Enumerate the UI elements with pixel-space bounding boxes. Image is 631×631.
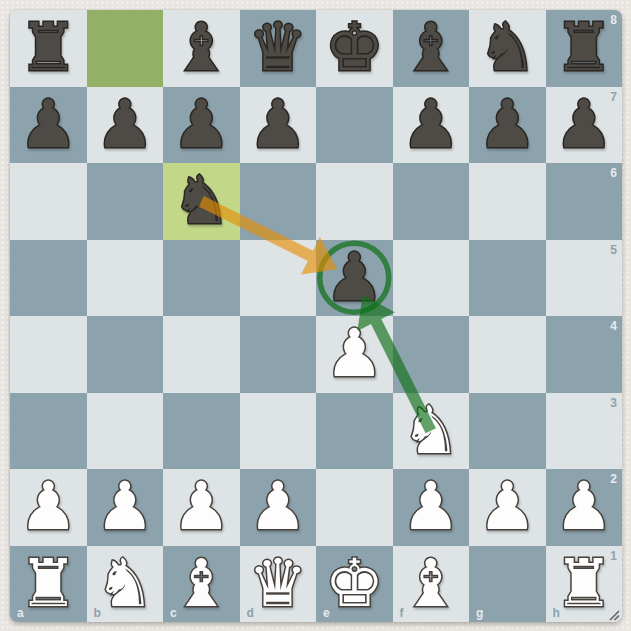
- square-a6[interactable]: [10, 163, 87, 240]
- square-g1[interactable]: g: [469, 546, 546, 623]
- square-c2[interactable]: ♟: [163, 469, 240, 546]
- square-e5[interactable]: ♟: [316, 240, 393, 317]
- square-e8[interactable]: ♚: [316, 10, 393, 87]
- square-a2[interactable]: ♟: [10, 469, 87, 546]
- square-d6[interactable]: [240, 163, 317, 240]
- square-g2[interactable]: ♟: [469, 469, 546, 546]
- square-a5[interactable]: [10, 240, 87, 317]
- square-f8[interactable]: ♝: [393, 10, 470, 87]
- square-b8[interactable]: [87, 10, 164, 87]
- square-h3[interactable]: 3: [546, 393, 623, 470]
- black-bishop-f8[interactable]: ♝: [393, 10, 470, 87]
- square-d1[interactable]: ♛d: [240, 546, 317, 623]
- white-pawn-c2[interactable]: ♟: [163, 469, 240, 546]
- square-h6[interactable]: 6: [546, 163, 623, 240]
- square-e3[interactable]: [316, 393, 393, 470]
- square-e7[interactable]: [316, 87, 393, 164]
- square-e1[interactable]: ♚e: [316, 546, 393, 623]
- square-e6[interactable]: [316, 163, 393, 240]
- square-f1[interactable]: ♝f: [393, 546, 470, 623]
- square-e2[interactable]: [316, 469, 393, 546]
- square-a1[interactable]: ♜a: [10, 546, 87, 623]
- black-king-e8[interactable]: ♚: [316, 10, 393, 87]
- square-d2[interactable]: ♟: [240, 469, 317, 546]
- square-h5[interactable]: 5: [546, 240, 623, 317]
- square-h4[interactable]: 4: [546, 316, 623, 393]
- square-d8[interactable]: ♛: [240, 10, 317, 87]
- square-h8[interactable]: ♜8: [546, 10, 623, 87]
- square-f2[interactable]: ♟: [393, 469, 470, 546]
- square-b6[interactable]: [87, 163, 164, 240]
- white-pawn-b2[interactable]: ♟: [87, 469, 164, 546]
- square-d7[interactable]: ♟: [240, 87, 317, 164]
- square-a8[interactable]: ♜: [10, 10, 87, 87]
- file-label-g: g: [476, 606, 483, 620]
- square-f5[interactable]: [393, 240, 470, 317]
- black-pawn-a7[interactable]: ♟: [10, 87, 87, 164]
- square-b4[interactable]: [87, 316, 164, 393]
- square-a4[interactable]: [10, 316, 87, 393]
- square-d3[interactable]: [240, 393, 317, 470]
- square-e4[interactable]: ♟: [316, 316, 393, 393]
- square-c3[interactable]: [163, 393, 240, 470]
- black-knight-c6[interactable]: ♞: [163, 163, 240, 240]
- black-pawn-b7[interactable]: ♟: [87, 87, 164, 164]
- square-c7[interactable]: ♟: [163, 87, 240, 164]
- black-queen-d8[interactable]: ♛: [240, 10, 317, 87]
- square-g4[interactable]: [469, 316, 546, 393]
- resize-grip-icon: [607, 608, 620, 621]
- white-knight-f3[interactable]: ♞: [393, 393, 470, 470]
- square-f6[interactable]: [393, 163, 470, 240]
- square-g8[interactable]: ♞: [469, 10, 546, 87]
- black-pawn-h7[interactable]: ♟: [546, 87, 623, 164]
- last-move-highlight-b8: [87, 10, 164, 87]
- black-pawn-d7[interactable]: ♟: [240, 87, 317, 164]
- square-c1[interactable]: ♝c: [163, 546, 240, 623]
- square-g5[interactable]: [469, 240, 546, 317]
- black-pawn-f7[interactable]: ♟: [393, 87, 470, 164]
- square-b1[interactable]: ♞b: [87, 546, 164, 623]
- square-f7[interactable]: ♟: [393, 87, 470, 164]
- square-f4[interactable]: [393, 316, 470, 393]
- black-rook-h8[interactable]: ♜: [546, 10, 623, 87]
- square-c5[interactable]: [163, 240, 240, 317]
- black-pawn-c7[interactable]: ♟: [163, 87, 240, 164]
- white-pawn-e4[interactable]: ♟: [316, 316, 393, 393]
- square-b5[interactable]: [87, 240, 164, 317]
- black-pawn-g7[interactable]: ♟: [469, 87, 546, 164]
- rank-label-3: 3: [610, 396, 617, 410]
- chess-board[interactable]: ♜♝♛♚♝♞♜8♟♟♟♟♟♟♟7♞6♟5♟4♞3♟♟♟♟♟♟♟2♜a♞b♝c♛d…: [10, 10, 622, 622]
- square-a3[interactable]: [10, 393, 87, 470]
- square-b3[interactable]: [87, 393, 164, 470]
- board-resize-handle[interactable]: [607, 607, 620, 620]
- white-knight-b1[interactable]: ♞: [87, 546, 164, 623]
- square-h2[interactable]: ♟2: [546, 469, 623, 546]
- white-pawn-g2[interactable]: ♟: [469, 469, 546, 546]
- square-b2[interactable]: ♟: [87, 469, 164, 546]
- white-pawn-d2[interactable]: ♟: [240, 469, 317, 546]
- white-pawn-f2[interactable]: ♟: [393, 469, 470, 546]
- square-g6[interactable]: [469, 163, 546, 240]
- rank-label-6: 6: [610, 166, 617, 180]
- white-king-e1[interactable]: ♚: [316, 546, 393, 623]
- rank-label-5: 5: [610, 243, 617, 257]
- black-pawn-e5[interactable]: ♟: [316, 240, 393, 317]
- square-g7[interactable]: ♟: [469, 87, 546, 164]
- square-h7[interactable]: ♟7: [546, 87, 623, 164]
- black-bishop-c8[interactable]: ♝: [163, 10, 240, 87]
- square-c8[interactable]: ♝: [163, 10, 240, 87]
- page: { "game": "chess", "theme": "lichess-blu…: [0, 0, 631, 631]
- black-knight-g8[interactable]: ♞: [469, 10, 546, 87]
- white-pawn-a2[interactable]: ♟: [10, 469, 87, 546]
- rank-label-4: 4: [610, 319, 617, 333]
- white-bishop-f1[interactable]: ♝: [393, 546, 470, 623]
- black-rook-a8[interactable]: ♜: [10, 10, 87, 87]
- square-g3[interactable]: [469, 393, 546, 470]
- square-c4[interactable]: [163, 316, 240, 393]
- square-a7[interactable]: ♟: [10, 87, 87, 164]
- square-c6[interactable]: ♞: [163, 163, 240, 240]
- square-b7[interactable]: ♟: [87, 87, 164, 164]
- white-queen-d1[interactable]: ♛: [240, 546, 317, 623]
- square-f3[interactable]: ♞: [393, 393, 470, 470]
- square-d5[interactable]: [240, 240, 317, 317]
- white-pawn-h2[interactable]: ♟: [546, 469, 623, 546]
- square-d4[interactable]: [240, 316, 317, 393]
- white-rook-a1[interactable]: ♜: [10, 546, 87, 623]
- white-bishop-c1[interactable]: ♝: [163, 546, 240, 623]
